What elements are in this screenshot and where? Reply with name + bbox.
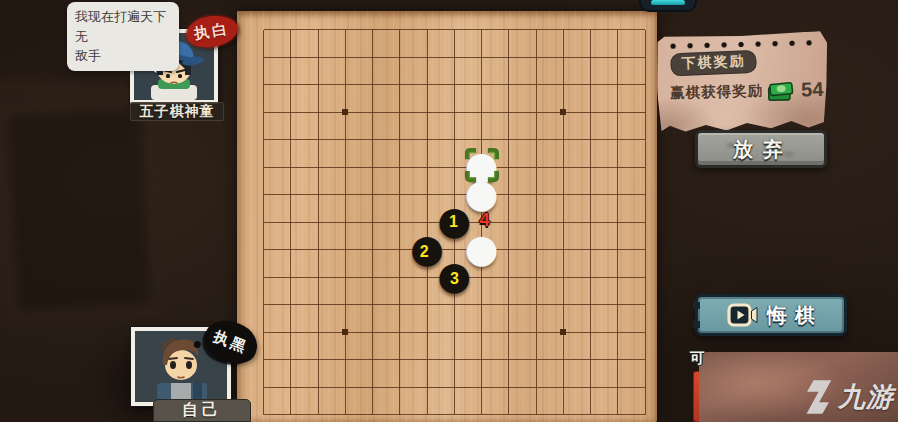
cell-2-6[interactable] bbox=[386, 44, 413, 72]
cell-7-13[interactable] bbox=[577, 181, 604, 209]
cell-5-4[interactable] bbox=[332, 126, 359, 154]
cell-2-4[interactable] bbox=[332, 44, 359, 72]
cell-3-15[interactable] bbox=[632, 71, 659, 99]
star-point bbox=[342, 109, 348, 115]
reward-title-badge: 下棋奖励 bbox=[670, 50, 757, 77]
cell-14-10[interactable] bbox=[495, 374, 522, 402]
cell-10-11[interactable] bbox=[523, 264, 550, 292]
cell-6-5[interactable] bbox=[359, 154, 386, 182]
cell-11-12[interactable] bbox=[550, 291, 577, 319]
cell-4-13[interactable] bbox=[577, 99, 604, 127]
cell-15-7[interactable] bbox=[414, 401, 441, 422]
cell-14-5[interactable] bbox=[359, 374, 386, 402]
cell-13-10[interactable] bbox=[495, 346, 522, 374]
cell-13-2[interactable] bbox=[277, 346, 304, 374]
cell-12-7[interactable] bbox=[414, 319, 441, 347]
cell-8-12[interactable] bbox=[550, 209, 577, 237]
cell-8-7[interactable] bbox=[414, 209, 441, 237]
cell-8-13[interactable] bbox=[577, 209, 604, 237]
cell-11-1[interactable] bbox=[250, 291, 277, 319]
video-replay-icon bbox=[727, 302, 758, 328]
cell-11-11[interactable] bbox=[523, 291, 550, 319]
cell-4-7[interactable] bbox=[414, 99, 441, 127]
cell-14-8[interactable] bbox=[441, 374, 468, 402]
cell-9-7[interactable]: ●2 bbox=[414, 236, 441, 264]
cell-7-12[interactable] bbox=[550, 181, 577, 209]
cell-5-5[interactable] bbox=[359, 126, 386, 154]
cell-5-12[interactable] bbox=[550, 126, 577, 154]
watermark: 九游 bbox=[803, 379, 894, 415]
cell-11-9[interactable] bbox=[468, 291, 495, 319]
cell-3-14[interactable] bbox=[604, 71, 631, 99]
cell-14-4[interactable] bbox=[332, 374, 359, 402]
cell-7-3[interactable] bbox=[305, 181, 332, 209]
cell-4-14[interactable] bbox=[604, 99, 631, 127]
cell-10-2[interactable] bbox=[277, 264, 304, 292]
game-screen: ●●●14●2●●3 我现在打遍天下无 敌手 执白 五子棋神童 bbox=[0, 0, 898, 422]
cell-3-1[interactable] bbox=[250, 71, 277, 99]
cell-1-7[interactable] bbox=[414, 16, 441, 44]
cell-4-15[interactable] bbox=[632, 99, 659, 127]
cell-13-13[interactable] bbox=[577, 346, 604, 374]
wall-picture-frame bbox=[0, 100, 159, 320]
cell-6-4[interactable] bbox=[332, 154, 359, 182]
cell-15-1[interactable] bbox=[250, 401, 277, 422]
cell-3-13[interactable] bbox=[577, 71, 604, 99]
cell-7-4[interactable] bbox=[332, 181, 359, 209]
cell-3-5[interactable] bbox=[359, 71, 386, 99]
cell-14-15[interactable] bbox=[632, 374, 659, 402]
cell-9-5[interactable] bbox=[359, 236, 386, 264]
undo-label: 悔棋 bbox=[767, 302, 823, 329]
cell-2-8[interactable] bbox=[441, 44, 468, 72]
cell-3-10[interactable] bbox=[495, 71, 522, 99]
opponent-speech-bubble: 我现在打遍天下无 敌手 bbox=[67, 2, 179, 71]
cell-7-8[interactable] bbox=[441, 181, 468, 209]
cell-6-1[interactable] bbox=[250, 154, 277, 182]
cell-5-2[interactable] bbox=[277, 126, 304, 154]
cell-10-14[interactable] bbox=[604, 264, 631, 292]
undo-move-button[interactable]: 悔棋 bbox=[695, 294, 847, 336]
cell-10-13[interactable] bbox=[577, 264, 604, 292]
cell-9-10[interactable] bbox=[495, 236, 522, 264]
cell-5-11[interactable] bbox=[523, 126, 550, 154]
cell-15-10[interactable] bbox=[495, 401, 522, 422]
cell-8-8[interactable]: ●1 bbox=[441, 209, 468, 237]
cell-15-15[interactable] bbox=[632, 401, 659, 422]
cell-12-6[interactable] bbox=[386, 319, 413, 347]
cell-8-11[interactable] bbox=[523, 209, 550, 237]
cell-10-10[interactable] bbox=[495, 264, 522, 292]
cell-5-15[interactable] bbox=[632, 126, 659, 154]
cell-6-13[interactable] bbox=[577, 154, 604, 182]
cell-12-13[interactable] bbox=[577, 319, 604, 347]
cell-10-4[interactable] bbox=[332, 264, 359, 292]
cell-6-3[interactable] bbox=[305, 154, 332, 182]
partial-text: 可 bbox=[690, 349, 705, 368]
cell-15-13[interactable] bbox=[577, 401, 604, 422]
cell-10-12[interactable] bbox=[550, 264, 577, 292]
reward-desc: 赢棋获得奖励 bbox=[670, 81, 763, 102]
cell-5-10[interactable] bbox=[495, 126, 522, 154]
cell-1-9[interactable] bbox=[468, 16, 495, 44]
cell-2-12[interactable] bbox=[550, 44, 577, 72]
cell-14-13[interactable] bbox=[577, 374, 604, 402]
cell-5-1[interactable] bbox=[250, 126, 277, 154]
cell-8-6[interactable] bbox=[386, 209, 413, 237]
cell-8-1[interactable] bbox=[250, 209, 277, 237]
cell-12-11[interactable] bbox=[523, 319, 550, 347]
cell-12-4[interactable] bbox=[332, 319, 359, 347]
cell-2-15[interactable] bbox=[632, 44, 659, 72]
cell-5-6[interactable] bbox=[386, 126, 413, 154]
cell-13-15[interactable] bbox=[632, 346, 659, 374]
cell-11-2[interactable] bbox=[277, 291, 304, 319]
cell-6-8[interactable] bbox=[441, 154, 468, 182]
cell-9-9[interactable]: ● bbox=[468, 236, 495, 264]
cell-3-11[interactable] bbox=[523, 71, 550, 99]
cell-1-13[interactable] bbox=[577, 16, 604, 44]
cell-14-1[interactable] bbox=[250, 374, 277, 402]
cell-7-2[interactable] bbox=[277, 181, 304, 209]
cell-13-3[interactable] bbox=[305, 346, 332, 374]
cell-4-4[interactable] bbox=[332, 99, 359, 127]
cell-6-14[interactable] bbox=[604, 154, 631, 182]
timer-bar-icon bbox=[651, 0, 685, 5]
cell-11-7[interactable] bbox=[414, 291, 441, 319]
cell-13-9[interactable] bbox=[468, 346, 495, 374]
cell-12-14[interactable] bbox=[604, 319, 631, 347]
cell-5-8[interactable] bbox=[441, 126, 468, 154]
cell-6-9[interactable]: ● bbox=[468, 154, 495, 182]
cell-3-7[interactable] bbox=[414, 71, 441, 99]
cell-1-12[interactable] bbox=[550, 16, 577, 44]
star-point bbox=[560, 109, 566, 115]
cell-3-12[interactable] bbox=[550, 71, 577, 99]
reward-panel: 下棋奖励 赢棋获得奖励 54 bbox=[656, 31, 829, 134]
cell-13-7[interactable] bbox=[414, 346, 441, 374]
9game-logo-icon bbox=[801, 379, 835, 415]
cell-9-4[interactable] bbox=[332, 236, 359, 264]
cell-2-14[interactable] bbox=[604, 44, 631, 72]
cell-10-5[interactable] bbox=[359, 264, 386, 292]
cell-2-11[interactable] bbox=[523, 44, 550, 72]
board-grid: ●●●14●2●●3 bbox=[250, 16, 659, 422]
cell-2-13[interactable] bbox=[577, 44, 604, 72]
opponent-name: 五子棋神童 bbox=[130, 102, 224, 121]
cell-15-4[interactable] bbox=[332, 401, 359, 422]
cell-10-8[interactable]: ●3 bbox=[441, 264, 468, 292]
cell-9-2[interactable] bbox=[277, 236, 304, 264]
cell-2-10[interactable] bbox=[495, 44, 522, 72]
cell-12-9[interactable] bbox=[468, 319, 495, 347]
torn-paper-holes bbox=[670, 39, 817, 50]
cell-9-14[interactable] bbox=[604, 236, 631, 264]
cell-10-7[interactable] bbox=[414, 264, 441, 292]
cell-14-6[interactable] bbox=[386, 374, 413, 402]
cell-9-11[interactable] bbox=[523, 236, 550, 264]
star-point bbox=[451, 219, 457, 225]
money-stack-icon bbox=[767, 79, 795, 103]
cell-4-11[interactable] bbox=[523, 99, 550, 127]
reward-amount: 54 bbox=[801, 78, 824, 102]
cell-8-15[interactable] bbox=[632, 209, 659, 237]
cell-11-6[interactable] bbox=[386, 291, 413, 319]
cell-12-5[interactable] bbox=[359, 319, 386, 347]
cell-14-2[interactable] bbox=[277, 374, 304, 402]
cell-1-15[interactable] bbox=[632, 16, 659, 44]
cell-1-11[interactable] bbox=[523, 16, 550, 44]
cell-4-3[interactable] bbox=[305, 99, 332, 127]
cell-14-14[interactable] bbox=[604, 374, 631, 402]
cell-15-11[interactable] bbox=[523, 401, 550, 422]
cell-4-12[interactable] bbox=[550, 99, 577, 127]
top-timer-pill[interactable] bbox=[639, 0, 697, 12]
cell-1-6[interactable] bbox=[386, 16, 413, 44]
cell-12-3[interactable] bbox=[305, 319, 332, 347]
star-point bbox=[342, 329, 348, 335]
cell-11-8[interactable] bbox=[441, 291, 468, 319]
cell-14-7[interactable] bbox=[414, 374, 441, 402]
speech-line: 我现在打遍天下无 bbox=[75, 7, 171, 46]
cell-15-6[interactable] bbox=[386, 401, 413, 422]
cell-2-7[interactable] bbox=[414, 44, 441, 72]
cell-6-15[interactable] bbox=[632, 154, 659, 182]
cell-12-10[interactable] bbox=[495, 319, 522, 347]
cell-6-10[interactable] bbox=[495, 154, 522, 182]
cell-6-6[interactable] bbox=[386, 154, 413, 182]
cell-3-6[interactable] bbox=[386, 71, 413, 99]
cell-7-14[interactable] bbox=[604, 181, 631, 209]
cell-3-3[interactable] bbox=[305, 71, 332, 99]
cell-1-1[interactable] bbox=[250, 16, 277, 44]
cell-13-5[interactable] bbox=[359, 346, 386, 374]
cell-4-2[interactable] bbox=[277, 99, 304, 127]
cell-14-12[interactable] bbox=[550, 374, 577, 402]
star-point bbox=[560, 329, 566, 335]
cell-13-6[interactable] bbox=[386, 346, 413, 374]
cell-12-15[interactable] bbox=[632, 319, 659, 347]
cell-7-1[interactable] bbox=[250, 181, 277, 209]
cell-9-12[interactable] bbox=[550, 236, 577, 264]
cell-8-3[interactable] bbox=[305, 209, 332, 237]
cell-10-9[interactable] bbox=[468, 264, 495, 292]
cell-1-5[interactable] bbox=[359, 16, 386, 44]
cell-15-14[interactable] bbox=[604, 401, 631, 422]
watermark-text: 九游 bbox=[838, 379, 894, 415]
cell-3-4[interactable] bbox=[332, 71, 359, 99]
cell-9-15[interactable] bbox=[632, 236, 659, 264]
cell-2-2[interactable] bbox=[277, 44, 304, 72]
cell-15-3[interactable] bbox=[305, 401, 332, 422]
cell-1-8[interactable] bbox=[441, 16, 468, 44]
cell-11-15[interactable] bbox=[632, 291, 659, 319]
cell-3-8[interactable] bbox=[441, 71, 468, 99]
cell-3-9[interactable] bbox=[468, 71, 495, 99]
cell-7-11[interactable] bbox=[523, 181, 550, 209]
cell-14-11[interactable] bbox=[523, 374, 550, 402]
cell-7-9[interactable]: ● bbox=[468, 181, 495, 209]
gomoku-board: ●●●14●2●●3 bbox=[237, 11, 657, 422]
cell-4-9[interactable] bbox=[468, 99, 495, 127]
cell-10-15[interactable] bbox=[632, 264, 659, 292]
cell-9-13[interactable] bbox=[577, 236, 604, 264]
cell-11-5[interactable] bbox=[359, 291, 386, 319]
cell-4-5[interactable] bbox=[359, 99, 386, 127]
cell-7-6[interactable] bbox=[386, 181, 413, 209]
cell-13-4[interactable] bbox=[332, 346, 359, 374]
cell-6-7[interactable] bbox=[414, 154, 441, 182]
cell-8-14[interactable] bbox=[604, 209, 631, 237]
cell-9-1[interactable] bbox=[250, 236, 277, 264]
cell-15-2[interactable] bbox=[277, 401, 304, 422]
speech-line: 敌手 bbox=[75, 46, 171, 66]
cell-10-6[interactable] bbox=[386, 264, 413, 292]
cell-7-7[interactable] bbox=[414, 181, 441, 209]
cell-11-4[interactable] bbox=[332, 291, 359, 319]
cell-11-14[interactable] bbox=[604, 291, 631, 319]
cell-9-8[interactable] bbox=[441, 236, 468, 264]
cell-13-12[interactable] bbox=[550, 346, 577, 374]
give-up-button[interactable]: 放弃 bbox=[695, 130, 827, 168]
cell-2-9[interactable] bbox=[468, 44, 495, 72]
cell-11-10[interactable] bbox=[495, 291, 522, 319]
cell-1-10[interactable] bbox=[495, 16, 522, 44]
player-name: 自己 bbox=[153, 399, 251, 422]
cell-8-4[interactable] bbox=[332, 209, 359, 237]
cell-1-3[interactable] bbox=[305, 16, 332, 44]
cell-2-5[interactable] bbox=[359, 44, 386, 72]
cell-13-11[interactable] bbox=[523, 346, 550, 374]
cell-9-3[interactable] bbox=[305, 236, 332, 264]
cell-2-1[interactable] bbox=[250, 44, 277, 72]
cell-3-2[interactable] bbox=[277, 71, 304, 99]
cell-14-3[interactable] bbox=[305, 374, 332, 402]
cell-15-12[interactable] bbox=[550, 401, 577, 422]
cell-6-11[interactable] bbox=[523, 154, 550, 182]
cell-4-8[interactable] bbox=[441, 99, 468, 127]
cell-8-5[interactable] bbox=[359, 209, 386, 237]
cell-11-3[interactable] bbox=[305, 291, 332, 319]
cell-7-5[interactable] bbox=[359, 181, 386, 209]
cell-5-3[interactable] bbox=[305, 126, 332, 154]
cell-13-8[interactable] bbox=[441, 346, 468, 374]
cell-4-10[interactable] bbox=[495, 99, 522, 127]
cell-6-2[interactable] bbox=[277, 154, 304, 182]
cell-2-3[interactable] bbox=[305, 44, 332, 72]
cell-6-12[interactable] bbox=[550, 154, 577, 182]
cell-15-9[interactable] bbox=[468, 401, 495, 422]
cell-1-4[interactable] bbox=[332, 16, 359, 44]
cell-12-12[interactable] bbox=[550, 319, 577, 347]
cell-15-8[interactable] bbox=[441, 401, 468, 422]
cell-4-1[interactable] bbox=[250, 99, 277, 127]
cell-14-9[interactable] bbox=[468, 374, 495, 402]
cell-8-10[interactable] bbox=[495, 209, 522, 237]
cell-5-13[interactable] bbox=[577, 126, 604, 154]
cell-7-15[interactable] bbox=[632, 181, 659, 209]
cell-1-2[interactable] bbox=[277, 16, 304, 44]
cell-10-1[interactable] bbox=[250, 264, 277, 292]
cell-15-5[interactable] bbox=[359, 401, 386, 422]
cell-5-7[interactable] bbox=[414, 126, 441, 154]
cell-1-14[interactable] bbox=[604, 16, 631, 44]
cell-4-6[interactable] bbox=[386, 99, 413, 127]
cell-12-2[interactable] bbox=[277, 319, 304, 347]
cell-8-2[interactable] bbox=[277, 209, 304, 237]
cell-13-14[interactable] bbox=[604, 346, 631, 374]
cell-12-8[interactable] bbox=[441, 319, 468, 347]
cell-11-13[interactable] bbox=[577, 291, 604, 319]
cell-5-14[interactable] bbox=[604, 126, 631, 154]
cell-8-9[interactable]: 4 bbox=[468, 209, 495, 237]
cell-5-9[interactable] bbox=[468, 126, 495, 154]
cell-9-6[interactable] bbox=[386, 236, 413, 264]
cell-10-3[interactable] bbox=[305, 264, 332, 292]
cell-7-10[interactable] bbox=[495, 181, 522, 209]
